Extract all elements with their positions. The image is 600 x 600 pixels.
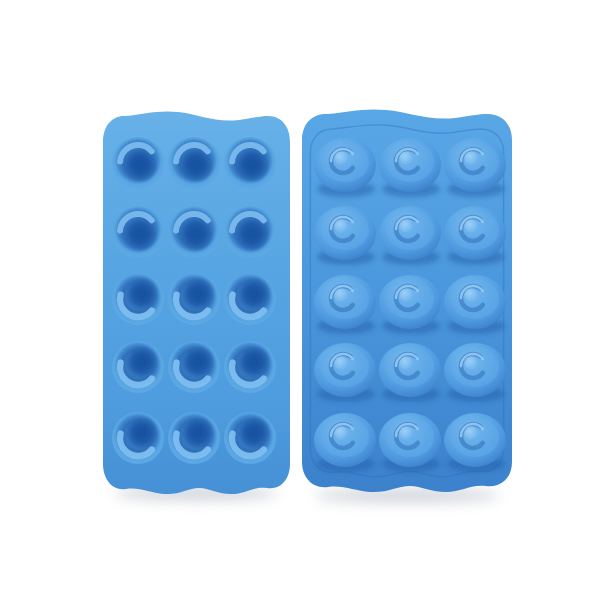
cavity bbox=[224, 273, 276, 325]
cavity bbox=[224, 412, 276, 464]
bump bbox=[379, 206, 441, 265]
cavity bbox=[112, 412, 164, 464]
bump bbox=[444, 138, 506, 197]
bump bbox=[379, 413, 441, 472]
cavity bbox=[112, 206, 164, 258]
cavity bbox=[112, 273, 164, 325]
bump bbox=[379, 343, 441, 402]
bump bbox=[314, 343, 376, 402]
cavity bbox=[224, 206, 276, 258]
cavity bbox=[168, 412, 220, 464]
bump bbox=[314, 413, 376, 472]
cavity bbox=[224, 137, 276, 189]
bump bbox=[444, 343, 506, 402]
cavity bbox=[112, 137, 164, 189]
bump bbox=[314, 206, 376, 265]
product-photo bbox=[0, 0, 600, 600]
cavity bbox=[168, 206, 220, 258]
cavity bbox=[168, 341, 220, 393]
bump bbox=[379, 138, 441, 197]
cavity bbox=[112, 341, 164, 393]
cavity bbox=[168, 273, 220, 325]
bump bbox=[444, 413, 506, 472]
bump bbox=[444, 206, 506, 265]
cavity bbox=[224, 341, 276, 393]
bump bbox=[314, 138, 376, 197]
bump bbox=[444, 275, 506, 334]
bump bbox=[379, 275, 441, 334]
left-mold-cavity-side bbox=[103, 108, 290, 498]
right-mold-bump-side bbox=[302, 106, 512, 496]
cavity bbox=[168, 137, 220, 189]
bump bbox=[314, 275, 376, 334]
